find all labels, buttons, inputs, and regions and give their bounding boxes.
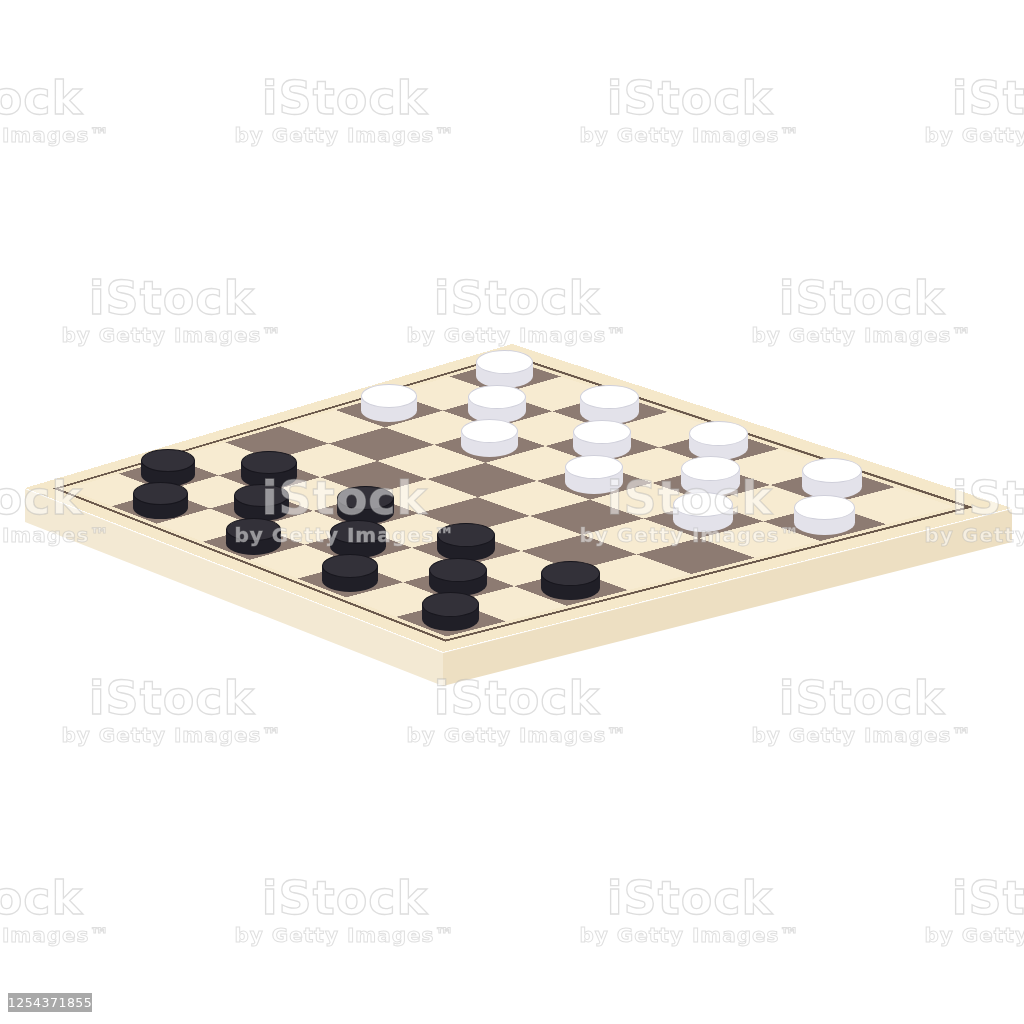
piece-top-face	[361, 384, 417, 408]
stage: iStockby Getty Images™iStockby Getty Ima…	[0, 0, 1024, 1024]
black-checker-piece[interactable]	[322, 554, 378, 592]
white-checker-piece[interactable]	[689, 421, 748, 461]
black-checker-piece[interactable]	[541, 561, 600, 600]
black-checker-piece[interactable]	[226, 518, 281, 555]
white-checker-piece[interactable]	[461, 419, 518, 457]
piece-top-face	[573, 420, 631, 444]
watermark-id-badge: 1254371855	[8, 993, 92, 1012]
white-checker-piece[interactable]	[580, 385, 638, 424]
black-checker-piece[interactable]	[437, 523, 494, 561]
piece-top-face	[468, 385, 525, 409]
piece-top-face	[330, 520, 386, 544]
piece-top-face	[689, 421, 748, 446]
white-checker-piece[interactable]	[681, 456, 740, 496]
black-checker-piece[interactable]	[330, 520, 386, 558]
black-checker-piece[interactable]	[422, 592, 480, 631]
piece-top-face	[337, 486, 393, 510]
piece-top-face	[322, 554, 378, 578]
black-checker-piece[interactable]	[234, 484, 289, 521]
white-checker-piece[interactable]	[476, 350, 533, 388]
black-checker-piece[interactable]	[241, 451, 296, 488]
white-checker-piece[interactable]	[468, 385, 525, 423]
black-checker-piece[interactable]	[133, 482, 187, 518]
piece-top-face	[133, 482, 187, 505]
black-checker-piece[interactable]	[337, 486, 393, 524]
piece-top-face	[541, 561, 600, 586]
white-checker-piece[interactable]	[673, 492, 733, 532]
white-checker-piece[interactable]	[802, 458, 863, 499]
white-checker-piece[interactable]	[361, 384, 417, 422]
piece-top-face	[461, 419, 518, 443]
piece-top-face	[437, 523, 494, 547]
white-checker-piece[interactable]	[794, 495, 855, 536]
piece-top-face	[429, 558, 486, 582]
piece-top-face	[580, 385, 638, 409]
piece-top-face	[226, 518, 281, 541]
black-checker-piece[interactable]	[141, 449, 195, 485]
piece-top-face	[794, 495, 855, 521]
piece-top-face	[241, 451, 296, 474]
white-checker-piece[interactable]	[573, 420, 631, 459]
white-checker-piece[interactable]	[565, 455, 623, 494]
piece-top-face	[422, 592, 480, 616]
pieces-layer	[0, 0, 1024, 1024]
black-checker-piece[interactable]	[429, 558, 486, 597]
